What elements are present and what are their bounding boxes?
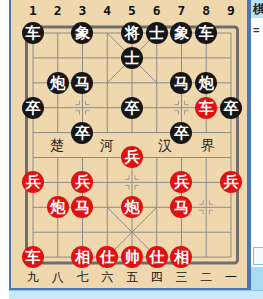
piece-red-horse[interactable]: 马: [71, 196, 93, 218]
piece-red-soldier[interactable]: 兵: [121, 146, 143, 168]
board-point-6-1: 士: [144, 21, 169, 46]
board-point-5-10: 帅: [120, 245, 145, 270]
piece-red-elephant[interactable]: 相: [71, 246, 93, 268]
file-label-bottom-9: 一: [222, 269, 240, 286]
board-point-7-10: 相: [169, 245, 194, 270]
move-list-text: =: [251, 18, 263, 36]
board-point-1-4: 卒: [21, 95, 46, 120]
board-point-8-4: 车: [194, 95, 219, 120]
piece-black-horse[interactable]: 马: [71, 72, 93, 94]
piece-black-soldier[interactable]: 卒: [170, 122, 192, 144]
file-label-bottom-6: 四: [148, 269, 166, 286]
board-point-1-7: 兵: [21, 170, 46, 195]
board-point-2-8: 炮: [45, 195, 70, 220]
board-point-7-3: 马: [169, 70, 194, 95]
board-point-1-10: 车: [21, 245, 46, 270]
piece-black-general[interactable]: 将: [121, 22, 143, 44]
board-point-5-8: 炮: [120, 195, 145, 220]
piece-black-chariot[interactable]: 车: [22, 22, 44, 44]
board-point-7-5: 卒: [169, 120, 194, 145]
board-point-1-1: 车: [21, 21, 46, 46]
piece-black-cannon[interactable]: 炮: [195, 72, 217, 94]
piece-red-elephant[interactable]: 相: [170, 246, 192, 268]
board-point-9-4: 卒: [219, 95, 244, 120]
piece-black-advisor[interactable]: 士: [121, 47, 143, 69]
file-label-bottom-4: 六: [98, 269, 116, 286]
piece-red-cannon[interactable]: 炮: [47, 196, 69, 218]
piece-black-advisor[interactable]: 士: [146, 22, 168, 44]
xiangqi-board-panel: 123456789 九八七六五四三二一 楚河汉界 车象将士象车士炮马马炮卒卒车卒…: [9, 0, 249, 290]
piece-red-cannon[interactable]: 炮: [121, 196, 143, 218]
board-point-3-3: 马: [70, 70, 95, 95]
piece-red-soldier[interactable]: 兵: [220, 171, 242, 193]
piece-red-soldier[interactable]: 兵: [71, 171, 93, 193]
board-point-3-1: 象: [70, 21, 95, 46]
piece-red-chariot[interactable]: 车: [22, 246, 44, 268]
piece-red-chariot[interactable]: 车: [195, 97, 217, 119]
board-point-7-8: 马: [169, 195, 194, 220]
piece-red-advisor[interactable]: 仕: [96, 246, 118, 268]
file-label-bottom-2: 八: [49, 269, 67, 286]
piece-black-soldier[interactable]: 卒: [22, 97, 44, 119]
file-label-top-5: 5: [124, 3, 140, 18]
piece-red-general[interactable]: 帅: [121, 246, 143, 268]
piece-black-elephant[interactable]: 象: [71, 22, 93, 44]
bottom-toolbar-edge: [9, 290, 263, 299]
file-label-bottom-5: 五: [123, 269, 141, 286]
board-point-8-1: 车: [194, 21, 219, 46]
board-point-6-10: 仕: [144, 245, 169, 270]
piece-red-soldier[interactable]: 兵: [170, 171, 192, 193]
piece-black-soldier[interactable]: 卒: [71, 122, 93, 144]
file-label-bottom-8: 二: [197, 269, 215, 286]
board-point-5-1: 将: [120, 21, 145, 46]
piece-red-soldier[interactable]: 兵: [22, 171, 44, 193]
board-point-5-6: 兵: [120, 145, 145, 170]
board-point-7-7: 兵: [169, 170, 194, 195]
file-label-top-4: 4: [99, 3, 115, 18]
file-label-top-2: 2: [50, 3, 66, 18]
board-point-9-7: 兵: [219, 170, 244, 195]
board-point-3-7: 兵: [70, 170, 95, 195]
file-label-bottom-3: 七: [74, 269, 92, 286]
move-list-title: 棋: [251, 0, 263, 18]
move-list-button[interactable]: [253, 247, 263, 265]
file-label-bottom-7: 三: [173, 269, 191, 286]
piece-black-chariot[interactable]: 车: [195, 22, 217, 44]
board-point-5-2: 士: [120, 45, 145, 70]
board-point-3-8: 马: [70, 195, 95, 220]
piece-black-cannon[interactable]: 炮: [47, 72, 69, 94]
board-point-8-3: 炮: [194, 70, 219, 95]
board-point-3-10: 相: [70, 245, 95, 270]
board-point-7-1: 象: [169, 21, 194, 46]
file-label-top-6: 6: [149, 3, 165, 18]
piece-black-soldier[interactable]: 卒: [220, 97, 242, 119]
board-point-3-5: 卒: [70, 120, 95, 145]
xiangqi-board[interactable]: 车象将士象车士炮马马炮卒卒车卒卒卒兵兵兵兵兵炮马炮马车相仕帅仕相: [21, 21, 244, 270]
file-label-bottom-1: 九: [24, 269, 42, 286]
left-margin: [0, 0, 9, 299]
piece-red-advisor[interactable]: 仕: [146, 246, 168, 268]
file-label-top-9: 9: [223, 3, 239, 18]
piece-black-soldier[interactable]: 卒: [121, 97, 143, 119]
board-point-4-10: 仕: [95, 245, 120, 270]
board-point-2-3: 炮: [45, 70, 70, 95]
move-list-panel: 棋 =: [249, 0, 263, 299]
file-label-top-7: 7: [174, 3, 190, 18]
piece-black-horse[interactable]: 马: [170, 72, 192, 94]
file-label-top-8: 8: [198, 3, 214, 18]
file-label-top-1: 1: [25, 3, 41, 18]
board-point-5-4: 卒: [120, 95, 145, 120]
piece-black-elephant[interactable]: 象: [170, 22, 192, 44]
file-label-top-3: 3: [75, 3, 91, 18]
piece-red-horse[interactable]: 马: [170, 196, 192, 218]
